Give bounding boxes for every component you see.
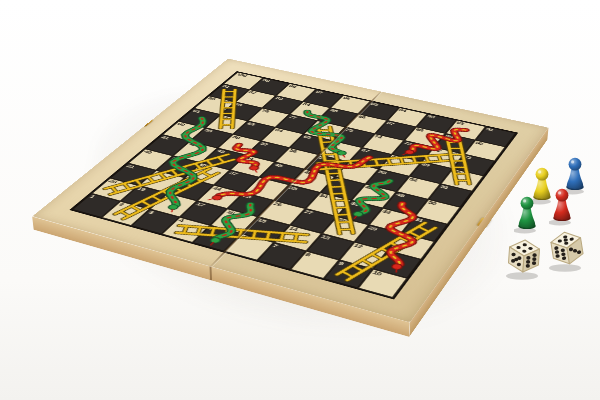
pawn-red (549, 188, 575, 230)
loose-pieces (0, 0, 600, 400)
photo-stage: 1009998979695949392918182838485868788899… (0, 0, 600, 400)
die-2 (544, 228, 590, 278)
die-1 (501, 236, 547, 286)
pawn-green (514, 196, 540, 238)
